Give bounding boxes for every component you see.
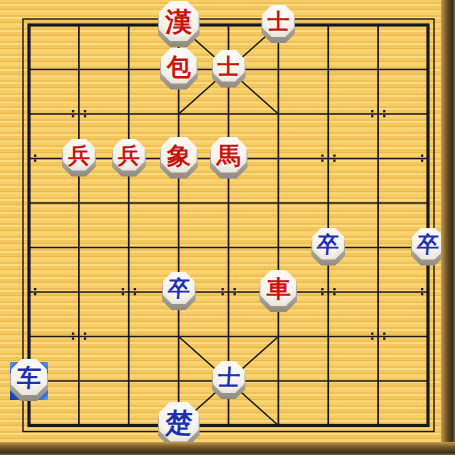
piece-red-general[interactable]: 漢	[158, 1, 200, 47]
piece-blue-chariot-selected[interactable]: 车	[10, 359, 48, 401]
piece-blue-soldier[interactable]: 卒	[411, 228, 445, 266]
piece-red-elephant[interactable]: 象	[160, 137, 198, 179]
piece-red-chariot[interactable]: 車	[259, 270, 297, 312]
board-edge-bottom	[0, 442, 455, 455]
piece-glyph: 兵	[62, 139, 96, 173]
piece-red-soldier[interactable]: 兵	[112, 139, 146, 177]
piece-glyph: 卒	[310, 228, 346, 262]
piece-glyph: 卒	[160, 272, 196, 306]
piece-glyph: 包	[160, 48, 198, 86]
piece-glyph: 士	[210, 361, 246, 395]
piece-glyph: 馬	[210, 137, 248, 175]
piece-red-advisor[interactable]: 士	[212, 50, 246, 88]
piece-blue-general[interactable]: 楚	[158, 402, 200, 448]
piece-glyph: 士	[212, 50, 246, 84]
piece-glyph: 兵	[112, 139, 146, 173]
piece-glyph: 车	[9, 359, 50, 397]
piece-blue-advisor[interactable]: 士	[212, 361, 246, 399]
janggi-board[interactable]: 漢士包士兵兵象馬車卒卒卒车士楚	[0, 0, 455, 455]
board-edge-right	[441, 0, 455, 455]
piece-glyph: 車	[259, 270, 297, 308]
piece-glyph: 漢	[158, 1, 200, 43]
piece-glyph: 士	[261, 5, 295, 39]
piece-glyph: 楚	[156, 402, 201, 444]
piece-red-soldier[interactable]: 兵	[62, 139, 96, 177]
piece-red-cannon[interactable]: 包	[160, 48, 198, 90]
piece-glyph: 象	[160, 137, 198, 175]
piece-blue-soldier[interactable]: 卒	[311, 228, 345, 266]
piece-red-advisor[interactable]: 士	[261, 5, 295, 43]
piece-blue-soldier[interactable]: 卒	[162, 272, 196, 310]
piece-red-horse[interactable]: 馬	[210, 137, 248, 179]
